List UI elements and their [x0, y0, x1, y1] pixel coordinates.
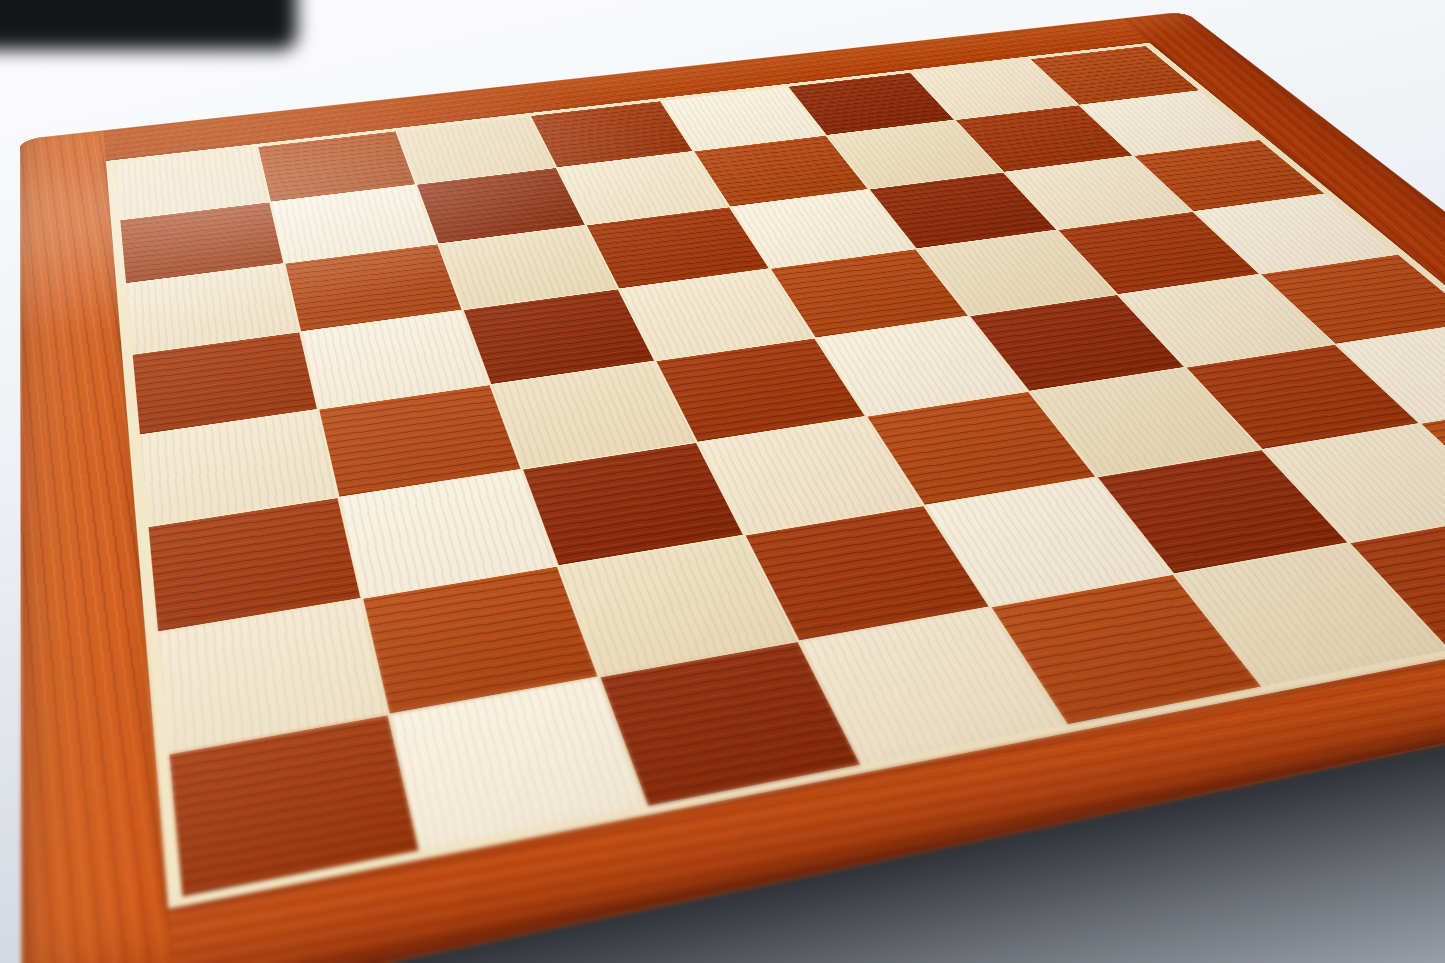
product-photo-scene: [0, 0, 1445, 963]
out-of-focus-object: [0, 0, 297, 50]
